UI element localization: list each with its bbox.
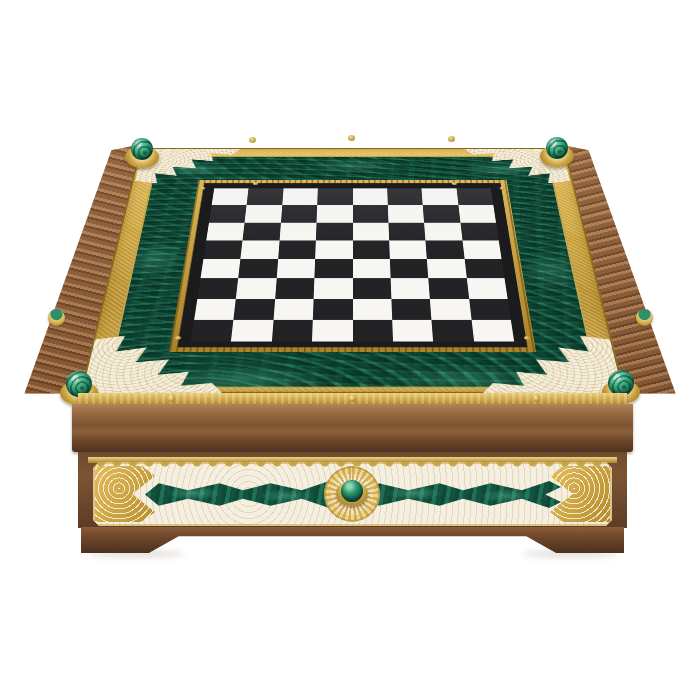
square-a3[interactable] [197,278,238,298]
square-h7[interactable] [458,205,496,222]
square-h8[interactable] [456,188,493,205]
square-h6[interactable] [460,222,499,240]
square-e7[interactable] [353,205,389,222]
square-d2[interactable] [313,299,353,320]
square-e3[interactable] [353,278,392,298]
foot-shadow-right [522,551,618,557]
square-e5[interactable] [353,240,390,259]
square-d5[interactable] [315,240,352,259]
square-d7[interactable] [317,205,353,222]
chessboard[interactable] [191,188,514,341]
square-h4[interactable] [464,259,504,278]
square-g8[interactable] [422,188,458,205]
gold-rivet [452,182,457,185]
square-c1[interactable] [272,320,313,342]
square-d1[interactable] [312,320,352,342]
square-c7[interactable] [281,205,318,222]
square-b6[interactable] [243,222,281,240]
product-photo-stage [0,0,700,700]
malachite-gem [341,480,363,502]
square-f6[interactable] [388,222,425,240]
gold-scroll-ornament-right [550,466,610,522]
square-g2[interactable] [430,299,471,320]
square-f2[interactable] [391,299,431,320]
square-b3[interactable] [236,278,276,298]
square-f4[interactable] [390,259,429,278]
square-c6[interactable] [279,222,316,240]
square-d4[interactable] [314,259,352,278]
square-a6[interactable] [206,222,245,240]
gold-edge-band [78,393,627,404]
square-e8[interactable] [353,188,388,205]
foot-shadow-left [88,551,184,557]
square-f5[interactable] [389,240,427,259]
square-c4[interactable] [276,259,315,278]
square-b4[interactable] [238,259,277,278]
side-knob-right[interactable] [636,309,653,326]
square-g4[interactable] [427,259,466,278]
gold-rivet [524,336,530,339]
square-c8[interactable] [282,188,318,205]
square-f8[interactable] [387,188,423,205]
square-a7[interactable] [209,205,247,222]
gold-rim-bump [348,135,355,141]
square-g3[interactable] [429,278,469,298]
square-e4[interactable] [353,259,391,278]
drawer-knob[interactable] [336,478,368,506]
square-h5[interactable] [462,240,501,259]
wood-molding [72,404,633,452]
square-f3[interactable] [391,278,431,298]
square-g1[interactable] [432,320,474,342]
malachite-gem [131,138,153,160]
malachite-gem [546,137,568,159]
square-b7[interactable] [245,205,282,222]
square-b8[interactable] [247,188,283,205]
square-e6[interactable] [353,222,390,240]
square-d8[interactable] [317,188,352,205]
square-c3[interactable] [275,278,315,298]
square-a2[interactable] [194,299,236,320]
square-f7[interactable] [388,205,425,222]
square-a4[interactable] [200,259,240,278]
square-h3[interactable] [467,278,508,298]
square-a8[interactable] [212,188,249,205]
square-g5[interactable] [426,240,465,259]
gold-rivet [500,187,505,190]
square-b5[interactable] [241,240,280,259]
square-g6[interactable] [424,222,462,240]
gold-screw [168,395,175,402]
malachite-ribbon-left [145,481,341,508]
square-b2[interactable] [234,299,275,320]
box-top-face [80,148,625,393]
gold-screw [349,395,356,402]
gold-rim-bump [249,137,256,143]
square-f1[interactable] [392,320,433,342]
square-c5[interactable] [278,240,316,259]
square-b1[interactable] [231,320,273,342]
side-knob-left[interactable] [48,309,65,326]
square-a5[interactable] [203,240,242,259]
malachite-ribbon-right [365,481,561,508]
square-e2[interactable] [353,299,393,320]
plinth-and-feet [81,527,624,553]
square-g7[interactable] [423,205,460,222]
square-e1[interactable] [353,320,393,342]
square-d6[interactable] [316,222,353,240]
square-c2[interactable] [273,299,313,320]
gold-screw [533,395,540,402]
gold-rim-bump [448,136,455,142]
square-d3[interactable] [314,278,353,298]
square-h1[interactable] [471,320,514,342]
square-h2[interactable] [469,299,511,320]
square-a1[interactable] [191,320,234,342]
